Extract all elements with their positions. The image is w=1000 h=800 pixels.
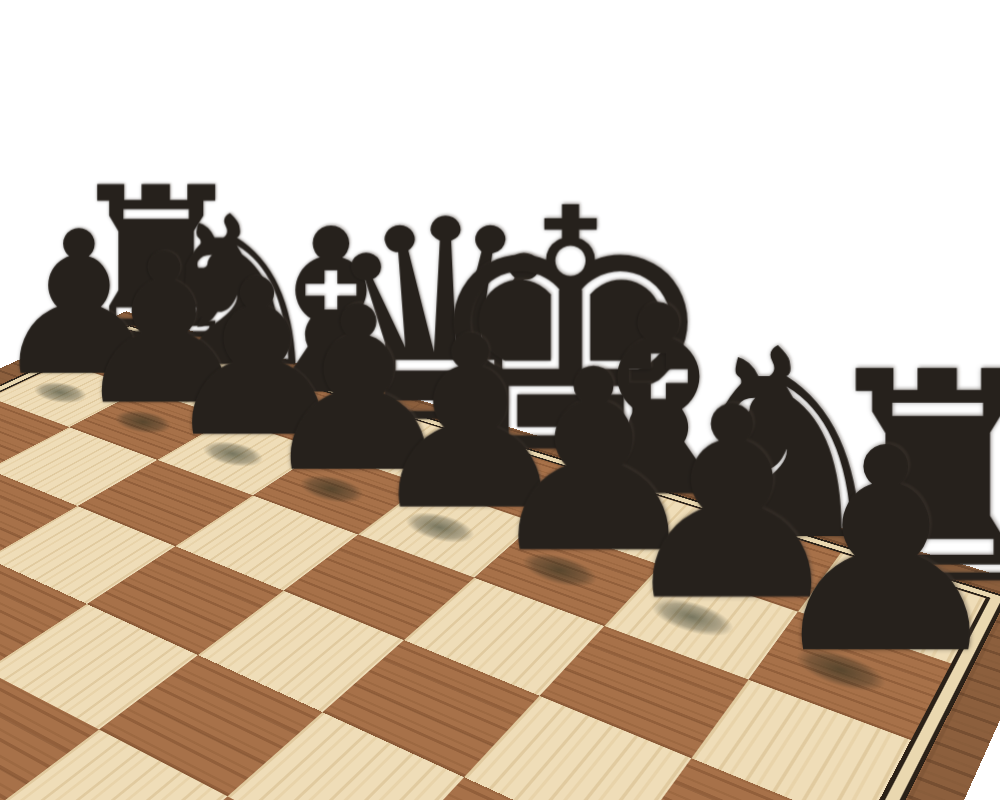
product-photo-scene: ♜♞♝♛♚♝♞♜♟♟♟♟♟♟♟♟ [0,0,1000,800]
chess-board: ♜♞♝♛♚♝♞♜♟♟♟♟♟♟♟♟ [0,311,1000,800]
piece-black-pawn-g7[interactable]: ♟ [613,373,759,638]
piece-black-pawn-h7[interactable]: ♟ [760,412,915,693]
piece-black-pawn-e7[interactable]: ♟ [363,306,495,544]
board-squares: ♜♞♝♛♚♝♞♜♟♟♟♟♟♟♟♟ [0,331,986,800]
piece-black-pawn-f7[interactable]: ♟ [481,337,620,588]
square-g5[interactable] [464,696,692,800]
